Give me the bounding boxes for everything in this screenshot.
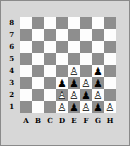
square-h5[interactable] xyxy=(104,53,116,65)
square-c7[interactable] xyxy=(44,29,56,41)
black-pawn-icon: ♟ xyxy=(68,77,80,89)
square-c8[interactable] xyxy=(44,17,56,29)
square-e3[interactable]: ♟ xyxy=(68,77,80,89)
square-h6[interactable] xyxy=(104,41,116,53)
square-f6[interactable] xyxy=(80,41,92,53)
square-d5[interactable] xyxy=(56,53,68,65)
square-c5[interactable] xyxy=(44,53,56,65)
rank-label-2: 2 xyxy=(3,89,17,101)
square-h8[interactable] xyxy=(104,17,116,29)
square-g5[interactable] xyxy=(92,53,104,65)
white-pawn-icon: ♙ xyxy=(92,89,104,101)
square-g3[interactable]: ♟ xyxy=(92,77,104,89)
rank-label-3: 3 xyxy=(3,77,17,89)
square-e7[interactable] xyxy=(68,29,80,41)
white-pawn-e2[interactable]: ♟♙ xyxy=(68,89,80,101)
square-f7[interactable] xyxy=(80,29,92,41)
square-c4[interactable] xyxy=(44,65,56,77)
white-pawn-icon: ♙ xyxy=(68,65,80,77)
black-pawn-icon: ♟ xyxy=(92,65,104,77)
file-label-a: A xyxy=(20,115,32,126)
rank-label-6: 6 xyxy=(3,41,17,53)
file-labels: ABCDEFGH xyxy=(20,115,116,126)
square-d2[interactable]: ♟♙ xyxy=(56,89,68,101)
rank-labels: 87654321 xyxy=(3,17,17,113)
square-b3[interactable] xyxy=(32,77,44,89)
square-b4[interactable] xyxy=(32,65,44,77)
square-a7[interactable] xyxy=(20,29,32,41)
black-pawn-icon: ♟ xyxy=(92,101,104,113)
chess-diagram: 87654321 ♟♙♟♟♟♟♙♟♟♙♟♙♟♟♙♟♙♟♟♙♟♟♙ ABCDEFG… xyxy=(0,0,130,146)
black-pawn-g1[interactable]: ♟ xyxy=(92,101,104,113)
black-pawn-d3[interactable]: ♟ xyxy=(56,77,68,89)
square-e8[interactable] xyxy=(68,17,80,29)
file-label-c: C xyxy=(44,115,56,126)
square-f4[interactable] xyxy=(80,65,92,77)
square-a4[interactable] xyxy=(20,65,32,77)
white-pawn-icon: ♙ xyxy=(80,77,92,89)
black-pawn-icon: ♟ xyxy=(68,101,80,113)
black-pawn-e3[interactable]: ♟ xyxy=(68,77,80,89)
square-e2[interactable]: ♟♙ xyxy=(68,89,80,101)
square-h3[interactable] xyxy=(104,77,116,89)
square-e6[interactable] xyxy=(68,41,80,53)
square-a3[interactable] xyxy=(20,77,32,89)
black-pawn-e1[interactable]: ♟ xyxy=(68,101,80,113)
square-b2[interactable] xyxy=(32,89,44,101)
square-f8[interactable] xyxy=(80,17,92,29)
square-f2[interactable]: ♟ xyxy=(80,89,92,101)
white-pawn-icon: ♙ xyxy=(56,101,68,113)
square-h2[interactable] xyxy=(104,89,116,101)
white-pawn-g2[interactable]: ♟♙ xyxy=(92,89,104,101)
white-pawn-icon: ♙ xyxy=(68,89,80,101)
white-pawn-e4[interactable]: ♟♙ xyxy=(68,65,80,77)
square-d4[interactable] xyxy=(56,65,68,77)
square-b8[interactable] xyxy=(32,17,44,29)
black-pawn-icon: ♟ xyxy=(56,77,68,89)
square-g8[interactable] xyxy=(92,17,104,29)
black-pawn-g3[interactable]: ♟ xyxy=(92,77,104,89)
square-d3[interactable]: ♟ xyxy=(56,77,68,89)
white-pawn-icon: ♙ xyxy=(80,101,92,113)
square-b7[interactable] xyxy=(32,29,44,41)
square-e4[interactable]: ♟♙ xyxy=(68,65,80,77)
rank-label-4: 4 xyxy=(3,65,17,77)
square-c2[interactable] xyxy=(44,89,56,101)
square-h1[interactable]: ♟♙ xyxy=(104,101,116,113)
square-e1[interactable]: ♟ xyxy=(68,101,80,113)
rank-label-7: 7 xyxy=(3,29,17,41)
square-a6[interactable] xyxy=(20,41,32,53)
square-h7[interactable] xyxy=(104,29,116,41)
square-c3[interactable] xyxy=(44,77,56,89)
square-d1[interactable]: ♟♙ xyxy=(56,101,68,113)
square-c6[interactable] xyxy=(44,41,56,53)
white-pawn-icon: ♙ xyxy=(56,89,68,101)
white-pawn-d2[interactable]: ♟♙ xyxy=(56,89,68,101)
white-pawn-h1[interactable]: ♟♙ xyxy=(104,101,116,113)
square-f1[interactable]: ♟♙ xyxy=(80,101,92,113)
square-h4[interactable] xyxy=(104,65,116,77)
file-label-g: G xyxy=(92,115,104,126)
square-f5[interactable] xyxy=(80,53,92,65)
square-g4[interactable]: ♟ xyxy=(92,65,104,77)
file-label-b: B xyxy=(32,115,44,126)
square-d6[interactable] xyxy=(56,41,68,53)
square-a8[interactable] xyxy=(20,17,32,29)
file-label-h: H xyxy=(104,115,116,126)
square-b1[interactable] xyxy=(32,101,44,113)
square-g2[interactable]: ♟♙ xyxy=(92,89,104,101)
file-label-e: E xyxy=(68,115,80,126)
square-c1[interactable] xyxy=(44,101,56,113)
black-pawn-g4[interactable]: ♟ xyxy=(92,65,104,77)
rank-label-8: 8 xyxy=(3,17,17,29)
square-b5[interactable] xyxy=(32,53,44,65)
black-pawn-icon: ♟ xyxy=(80,89,92,101)
square-g6[interactable] xyxy=(92,41,104,53)
square-g7[interactable] xyxy=(92,29,104,41)
square-f3[interactable]: ♟♙ xyxy=(80,77,92,89)
black-pawn-f2[interactable]: ♟ xyxy=(80,89,92,101)
square-g1[interactable]: ♟ xyxy=(92,101,104,113)
square-e5[interactable] xyxy=(68,53,80,65)
white-pawn-d1[interactable]: ♟♙ xyxy=(56,101,68,113)
file-label-d: D xyxy=(56,115,68,126)
square-a5[interactable] xyxy=(20,53,32,65)
black-pawn-icon: ♟ xyxy=(92,77,104,89)
chess-board[interactable]: ♟♙♟♟♟♟♙♟♟♙♟♙♟♟♙♟♙♟♟♙♟♟♙ xyxy=(20,17,116,113)
white-pawn-icon: ♙ xyxy=(104,101,116,113)
square-d7[interactable] xyxy=(56,29,68,41)
square-d8[interactable] xyxy=(56,17,68,29)
square-a2[interactable] xyxy=(20,89,32,101)
square-b6[interactable] xyxy=(32,41,44,53)
file-label-f: F xyxy=(80,115,92,126)
rank-label-5: 5 xyxy=(3,53,17,65)
white-pawn-f1[interactable]: ♟♙ xyxy=(80,101,92,113)
white-pawn-f3[interactable]: ♟♙ xyxy=(80,77,92,89)
square-a1[interactable] xyxy=(20,101,32,113)
rank-label-1: 1 xyxy=(3,101,17,113)
